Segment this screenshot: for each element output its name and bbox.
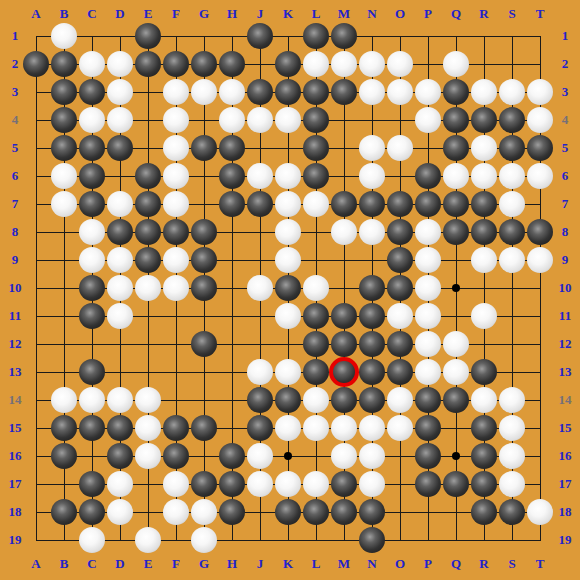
intersection-N3[interactable] (358, 78, 386, 106)
intersection-K2[interactable] (274, 50, 302, 78)
intersection-E17[interactable] (134, 470, 162, 498)
intersection-J6[interactable] (246, 162, 274, 190)
intersection-D11[interactable] (106, 302, 134, 330)
intersection-T12[interactable] (526, 330, 554, 358)
intersection-C16[interactable] (78, 442, 106, 470)
intersection-G12[interactable] (190, 330, 218, 358)
intersection-O6[interactable] (386, 162, 414, 190)
intersection-E7[interactable] (134, 190, 162, 218)
intersection-D7[interactable] (106, 190, 134, 218)
intersection-K12[interactable] (274, 330, 302, 358)
intersection-M14[interactable] (330, 386, 358, 414)
intersection-H8[interactable] (218, 218, 246, 246)
intersection-N9[interactable] (358, 246, 386, 274)
intersection-H3[interactable] (218, 78, 246, 106)
intersection-E6[interactable] (134, 162, 162, 190)
intersection-L2[interactable] (302, 50, 330, 78)
intersection-H7[interactable] (218, 190, 246, 218)
intersection-T14[interactable] (526, 386, 554, 414)
intersection-J4[interactable] (246, 106, 274, 134)
intersection-R3[interactable] (470, 78, 498, 106)
intersection-O2[interactable] (386, 50, 414, 78)
intersection-Q12[interactable] (442, 330, 470, 358)
intersection-D1[interactable] (106, 22, 134, 50)
intersection-H10[interactable] (218, 274, 246, 302)
intersection-Q11[interactable] (442, 302, 470, 330)
intersection-M19[interactable] (330, 526, 358, 554)
intersection-S9[interactable] (498, 246, 526, 274)
intersection-P4[interactable] (414, 106, 442, 134)
intersection-H14[interactable] (218, 386, 246, 414)
intersection-P8[interactable] (414, 218, 442, 246)
intersection-L11[interactable] (302, 302, 330, 330)
intersection-O3[interactable] (386, 78, 414, 106)
intersection-F4[interactable] (162, 106, 190, 134)
intersection-E11[interactable] (134, 302, 162, 330)
intersection-N11[interactable] (358, 302, 386, 330)
intersection-T16[interactable] (526, 442, 554, 470)
intersection-G1[interactable] (190, 22, 218, 50)
intersection-K5[interactable] (274, 134, 302, 162)
intersection-B11[interactable] (50, 302, 78, 330)
intersection-H17[interactable] (218, 470, 246, 498)
intersection-O5[interactable] (386, 134, 414, 162)
intersection-M17[interactable] (330, 470, 358, 498)
intersection-R19[interactable] (470, 526, 498, 554)
intersection-O4[interactable] (386, 106, 414, 134)
intersection-L1[interactable] (302, 22, 330, 50)
intersection-O8[interactable] (386, 218, 414, 246)
intersection-N6[interactable] (358, 162, 386, 190)
intersection-M10[interactable] (330, 274, 358, 302)
intersection-R12[interactable] (470, 330, 498, 358)
intersection-H15[interactable] (218, 414, 246, 442)
intersection-F6[interactable] (162, 162, 190, 190)
intersection-F14[interactable] (162, 386, 190, 414)
intersection-E19[interactable] (134, 526, 162, 554)
intersection-H6[interactable] (218, 162, 246, 190)
intersection-C2[interactable] (78, 50, 106, 78)
intersection-P13[interactable] (414, 358, 442, 386)
intersection-H18[interactable] (218, 498, 246, 526)
intersection-T8[interactable] (526, 218, 554, 246)
intersection-K15[interactable] (274, 414, 302, 442)
intersection-B6[interactable] (50, 162, 78, 190)
intersection-D9[interactable] (106, 246, 134, 274)
intersection-A9[interactable] (22, 246, 50, 274)
intersection-P10[interactable] (414, 274, 442, 302)
intersection-R4[interactable] (470, 106, 498, 134)
intersection-T5[interactable] (526, 134, 554, 162)
intersection-C15[interactable] (78, 414, 106, 442)
intersection-L16[interactable] (302, 442, 330, 470)
intersection-E12[interactable] (134, 330, 162, 358)
intersection-P7[interactable] (414, 190, 442, 218)
intersection-A13[interactable] (22, 358, 50, 386)
intersection-Q16[interactable] (442, 442, 470, 470)
intersection-O15[interactable] (386, 414, 414, 442)
intersection-A8[interactable] (22, 218, 50, 246)
intersection-A2[interactable] (22, 50, 50, 78)
intersection-G8[interactable] (190, 218, 218, 246)
intersection-N8[interactable] (358, 218, 386, 246)
intersection-T3[interactable] (526, 78, 554, 106)
intersection-A19[interactable] (22, 526, 50, 554)
intersection-B12[interactable] (50, 330, 78, 358)
intersection-K16[interactable] (274, 442, 302, 470)
intersection-O18[interactable] (386, 498, 414, 526)
intersection-L18[interactable] (302, 498, 330, 526)
intersection-A7[interactable] (22, 190, 50, 218)
intersection-H9[interactable] (218, 246, 246, 274)
intersection-L19[interactable] (302, 526, 330, 554)
intersection-B5[interactable] (50, 134, 78, 162)
intersection-O14[interactable] (386, 386, 414, 414)
intersection-T11[interactable] (526, 302, 554, 330)
intersection-E15[interactable] (134, 414, 162, 442)
intersection-L10[interactable] (302, 274, 330, 302)
intersection-G18[interactable] (190, 498, 218, 526)
intersection-P16[interactable] (414, 442, 442, 470)
intersection-F16[interactable] (162, 442, 190, 470)
intersection-O19[interactable] (386, 526, 414, 554)
intersection-B19[interactable] (50, 526, 78, 554)
intersection-J19[interactable] (246, 526, 274, 554)
intersection-N18[interactable] (358, 498, 386, 526)
intersection-G16[interactable] (190, 442, 218, 470)
intersection-Q17[interactable] (442, 470, 470, 498)
intersection-D19[interactable] (106, 526, 134, 554)
intersection-F7[interactable] (162, 190, 190, 218)
intersection-N19[interactable] (358, 526, 386, 554)
intersection-O12[interactable] (386, 330, 414, 358)
intersection-F17[interactable] (162, 470, 190, 498)
intersection-N7[interactable] (358, 190, 386, 218)
intersection-C3[interactable] (78, 78, 106, 106)
intersection-F1[interactable] (162, 22, 190, 50)
intersection-G9[interactable] (190, 246, 218, 274)
intersection-E1[interactable] (134, 22, 162, 50)
intersection-J1[interactable] (246, 22, 274, 50)
intersection-F13[interactable] (162, 358, 190, 386)
intersection-F5[interactable] (162, 134, 190, 162)
intersection-E18[interactable] (134, 498, 162, 526)
intersection-G17[interactable] (190, 470, 218, 498)
intersection-G15[interactable] (190, 414, 218, 442)
intersection-R1[interactable] (470, 22, 498, 50)
intersection-C10[interactable] (78, 274, 106, 302)
intersection-M18[interactable] (330, 498, 358, 526)
intersection-M6[interactable] (330, 162, 358, 190)
intersection-Q1[interactable] (442, 22, 470, 50)
intersection-B2[interactable] (50, 50, 78, 78)
intersection-E5[interactable] (134, 134, 162, 162)
intersection-F12[interactable] (162, 330, 190, 358)
intersection-M13[interactable] (330, 358, 358, 386)
intersection-K9[interactable] (274, 246, 302, 274)
intersection-M8[interactable] (330, 218, 358, 246)
intersection-R8[interactable] (470, 218, 498, 246)
intersection-S5[interactable] (498, 134, 526, 162)
intersection-F3[interactable] (162, 78, 190, 106)
intersection-S11[interactable] (498, 302, 526, 330)
intersection-L8[interactable] (302, 218, 330, 246)
intersection-K10[interactable] (274, 274, 302, 302)
intersection-M4[interactable] (330, 106, 358, 134)
intersection-J18[interactable] (246, 498, 274, 526)
intersection-F2[interactable] (162, 50, 190, 78)
intersection-M16[interactable] (330, 442, 358, 470)
intersection-B17[interactable] (50, 470, 78, 498)
intersection-E14[interactable] (134, 386, 162, 414)
intersection-S7[interactable] (498, 190, 526, 218)
intersection-C19[interactable] (78, 526, 106, 554)
intersection-Q3[interactable] (442, 78, 470, 106)
intersection-T10[interactable] (526, 274, 554, 302)
intersection-S2[interactable] (498, 50, 526, 78)
intersection-C14[interactable] (78, 386, 106, 414)
intersection-P3[interactable] (414, 78, 442, 106)
intersection-N16[interactable] (358, 442, 386, 470)
intersection-F18[interactable] (162, 498, 190, 526)
intersection-G4[interactable] (190, 106, 218, 134)
intersection-A4[interactable] (22, 106, 50, 134)
intersection-G14[interactable] (190, 386, 218, 414)
intersection-P2[interactable] (414, 50, 442, 78)
intersection-Q7[interactable] (442, 190, 470, 218)
intersection-D4[interactable] (106, 106, 134, 134)
intersection-S18[interactable] (498, 498, 526, 526)
intersection-K18[interactable] (274, 498, 302, 526)
intersection-O7[interactable] (386, 190, 414, 218)
intersection-B16[interactable] (50, 442, 78, 470)
intersection-O17[interactable] (386, 470, 414, 498)
intersection-B10[interactable] (50, 274, 78, 302)
intersection-R16[interactable] (470, 442, 498, 470)
intersection-O16[interactable] (386, 442, 414, 470)
intersection-S16[interactable] (498, 442, 526, 470)
intersection-H5[interactable] (218, 134, 246, 162)
intersection-P17[interactable] (414, 470, 442, 498)
intersection-S10[interactable] (498, 274, 526, 302)
intersection-N13[interactable] (358, 358, 386, 386)
intersection-N10[interactable] (358, 274, 386, 302)
intersection-T2[interactable] (526, 50, 554, 78)
intersection-A6[interactable] (22, 162, 50, 190)
intersection-C13[interactable] (78, 358, 106, 386)
intersection-Q8[interactable] (442, 218, 470, 246)
intersection-P5[interactable] (414, 134, 442, 162)
intersection-G13[interactable] (190, 358, 218, 386)
intersection-T4[interactable] (526, 106, 554, 134)
intersection-A14[interactable] (22, 386, 50, 414)
intersection-S17[interactable] (498, 470, 526, 498)
intersection-G7[interactable] (190, 190, 218, 218)
intersection-C9[interactable] (78, 246, 106, 274)
intersection-R15[interactable] (470, 414, 498, 442)
intersection-H13[interactable] (218, 358, 246, 386)
intersection-L9[interactable] (302, 246, 330, 274)
intersection-Q19[interactable] (442, 526, 470, 554)
intersection-J11[interactable] (246, 302, 274, 330)
intersection-K6[interactable] (274, 162, 302, 190)
intersection-Q15[interactable] (442, 414, 470, 442)
intersection-G6[interactable] (190, 162, 218, 190)
intersection-A10[interactable] (22, 274, 50, 302)
intersection-E9[interactable] (134, 246, 162, 274)
intersection-J14[interactable] (246, 386, 274, 414)
intersection-L14[interactable] (302, 386, 330, 414)
intersection-K17[interactable] (274, 470, 302, 498)
intersection-J3[interactable] (246, 78, 274, 106)
intersection-P18[interactable] (414, 498, 442, 526)
intersection-O13[interactable] (386, 358, 414, 386)
intersection-Q10[interactable] (442, 274, 470, 302)
intersection-T15[interactable] (526, 414, 554, 442)
intersection-E3[interactable] (134, 78, 162, 106)
intersection-L4[interactable] (302, 106, 330, 134)
intersection-P14[interactable] (414, 386, 442, 414)
intersection-F11[interactable] (162, 302, 190, 330)
intersection-H12[interactable] (218, 330, 246, 358)
intersection-J13[interactable] (246, 358, 274, 386)
intersection-E13[interactable] (134, 358, 162, 386)
intersection-L7[interactable] (302, 190, 330, 218)
intersection-J10[interactable] (246, 274, 274, 302)
intersection-M11[interactable] (330, 302, 358, 330)
intersection-L6[interactable] (302, 162, 330, 190)
intersection-R17[interactable] (470, 470, 498, 498)
intersection-T17[interactable] (526, 470, 554, 498)
intersection-T6[interactable] (526, 162, 554, 190)
intersection-T1[interactable] (526, 22, 554, 50)
intersection-A3[interactable] (22, 78, 50, 106)
intersection-M7[interactable] (330, 190, 358, 218)
intersection-D12[interactable] (106, 330, 134, 358)
intersection-B15[interactable] (50, 414, 78, 442)
intersection-S6[interactable] (498, 162, 526, 190)
intersection-G2[interactable] (190, 50, 218, 78)
intersection-B18[interactable] (50, 498, 78, 526)
intersection-R14[interactable] (470, 386, 498, 414)
intersection-G11[interactable] (190, 302, 218, 330)
intersection-D15[interactable] (106, 414, 134, 442)
intersection-M3[interactable] (330, 78, 358, 106)
intersection-K7[interactable] (274, 190, 302, 218)
intersection-M9[interactable] (330, 246, 358, 274)
intersection-C7[interactable] (78, 190, 106, 218)
intersection-D8[interactable] (106, 218, 134, 246)
intersection-L13[interactable] (302, 358, 330, 386)
intersection-R11[interactable] (470, 302, 498, 330)
intersection-A11[interactable] (22, 302, 50, 330)
intersection-S19[interactable] (498, 526, 526, 554)
intersection-S1[interactable] (498, 22, 526, 50)
intersection-G19[interactable] (190, 526, 218, 554)
intersection-O9[interactable] (386, 246, 414, 274)
intersection-D14[interactable] (106, 386, 134, 414)
intersection-J12[interactable] (246, 330, 274, 358)
intersection-O1[interactable] (386, 22, 414, 50)
intersection-Q13[interactable] (442, 358, 470, 386)
intersection-M12[interactable] (330, 330, 358, 358)
intersection-T7[interactable] (526, 190, 554, 218)
intersection-D10[interactable] (106, 274, 134, 302)
intersection-C4[interactable] (78, 106, 106, 134)
intersection-M2[interactable] (330, 50, 358, 78)
intersection-A18[interactable] (22, 498, 50, 526)
intersection-B1[interactable] (50, 22, 78, 50)
intersection-C12[interactable] (78, 330, 106, 358)
intersection-C1[interactable] (78, 22, 106, 50)
intersection-M5[interactable] (330, 134, 358, 162)
intersection-E4[interactable] (134, 106, 162, 134)
intersection-D18[interactable] (106, 498, 134, 526)
intersection-A5[interactable] (22, 134, 50, 162)
intersection-Q6[interactable] (442, 162, 470, 190)
intersection-Q5[interactable] (442, 134, 470, 162)
intersection-P11[interactable] (414, 302, 442, 330)
intersection-J9[interactable] (246, 246, 274, 274)
intersection-C6[interactable] (78, 162, 106, 190)
intersection-K13[interactable] (274, 358, 302, 386)
intersection-P1[interactable] (414, 22, 442, 50)
intersection-T18[interactable] (526, 498, 554, 526)
intersection-L5[interactable] (302, 134, 330, 162)
intersection-C11[interactable] (78, 302, 106, 330)
intersection-P9[interactable] (414, 246, 442, 274)
intersection-C18[interactable] (78, 498, 106, 526)
intersection-H11[interactable] (218, 302, 246, 330)
intersection-C5[interactable] (78, 134, 106, 162)
intersection-S8[interactable] (498, 218, 526, 246)
intersection-C17[interactable] (78, 470, 106, 498)
intersection-B7[interactable] (50, 190, 78, 218)
intersection-M15[interactable] (330, 414, 358, 442)
intersection-Q14[interactable] (442, 386, 470, 414)
intersection-F10[interactable] (162, 274, 190, 302)
intersection-N4[interactable] (358, 106, 386, 134)
intersection-R7[interactable] (470, 190, 498, 218)
intersection-J8[interactable] (246, 218, 274, 246)
intersection-D17[interactable] (106, 470, 134, 498)
intersection-O10[interactable] (386, 274, 414, 302)
intersection-P6[interactable] (414, 162, 442, 190)
intersection-P19[interactable] (414, 526, 442, 554)
intersection-B8[interactable] (50, 218, 78, 246)
intersection-J5[interactable] (246, 134, 274, 162)
intersection-A17[interactable] (22, 470, 50, 498)
intersection-A12[interactable] (22, 330, 50, 358)
intersection-S3[interactable] (498, 78, 526, 106)
intersection-D5[interactable] (106, 134, 134, 162)
intersection-Q18[interactable] (442, 498, 470, 526)
intersection-K8[interactable] (274, 218, 302, 246)
intersection-E2[interactable] (134, 50, 162, 78)
intersection-F9[interactable] (162, 246, 190, 274)
intersection-N5[interactable] (358, 134, 386, 162)
intersection-S15[interactable] (498, 414, 526, 442)
intersection-A16[interactable] (22, 442, 50, 470)
intersection-L3[interactable] (302, 78, 330, 106)
intersection-G10[interactable] (190, 274, 218, 302)
intersection-T13[interactable] (526, 358, 554, 386)
intersection-R5[interactable] (470, 134, 498, 162)
intersection-J17[interactable] (246, 470, 274, 498)
intersection-S4[interactable] (498, 106, 526, 134)
intersection-L15[interactable] (302, 414, 330, 442)
intersection-N2[interactable] (358, 50, 386, 78)
